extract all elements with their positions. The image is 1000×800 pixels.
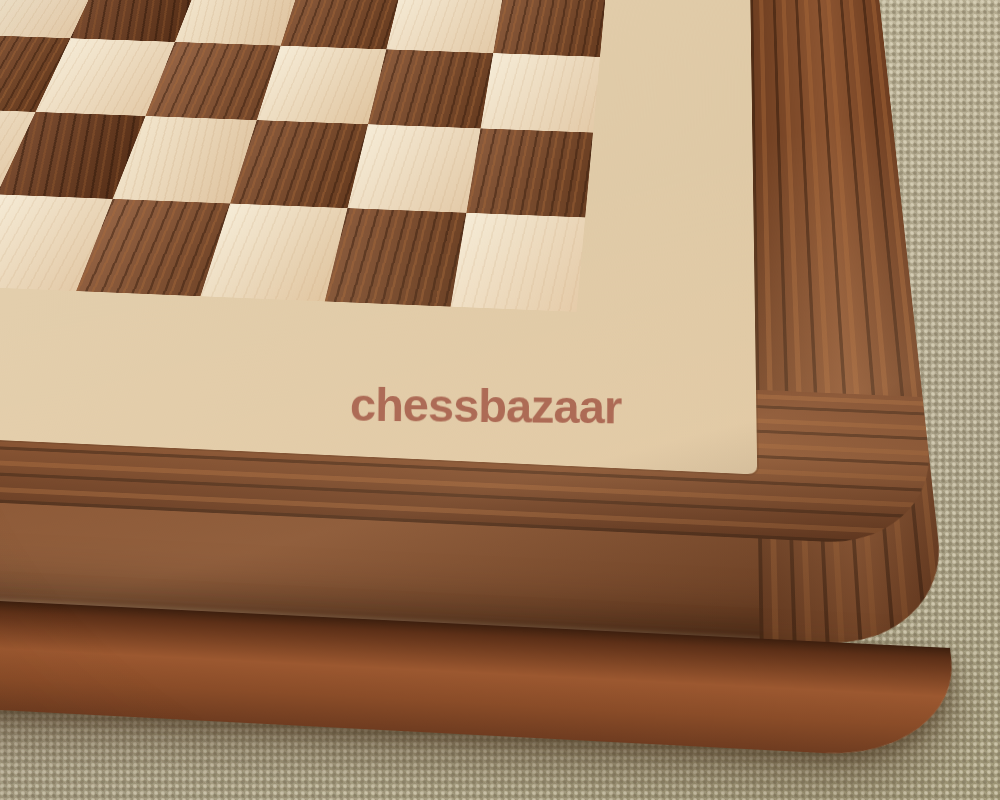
photo-scene: chessbazaar [0,0,1000,800]
square-g2 [348,124,481,212]
square-h1 [450,212,585,311]
chessboard [0,0,962,760]
square-f3 [256,45,386,124]
square-h3 [480,53,600,133]
square-f4 [280,0,403,49]
playing-squares-grid [0,0,626,312]
square-h4 [493,0,606,57]
square-g3 [368,49,493,128]
square-g4 [386,0,504,53]
board-top-surface [0,0,950,648]
square-h2 [466,128,593,217]
square-g1 [325,208,466,307]
maple-border-strip [0,0,757,475]
